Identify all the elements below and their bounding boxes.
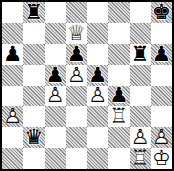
piece-white-pawn-g2: ♟♙ <box>130 127 151 148</box>
square-e2 <box>87 127 108 148</box>
square-h6: ♟♙ <box>151 44 172 65</box>
square-e7 <box>87 23 108 44</box>
piece-white-king-h1: ♚♔ <box>151 148 172 169</box>
piece-black-pawn-e5: ♟♙ <box>87 65 108 86</box>
square-h3 <box>151 106 172 127</box>
square-f5 <box>108 65 129 86</box>
square-c1 <box>45 148 66 169</box>
square-f4: ♟♙ <box>108 86 129 107</box>
square-a1 <box>2 148 23 169</box>
piece-black-pawn-a6: ♟♙ <box>2 44 23 65</box>
square-h8: ♚♔ <box>151 2 172 23</box>
square-b5 <box>23 65 44 86</box>
piece-white-pawn-a3: ♟♙ <box>2 106 23 127</box>
square-a8 <box>2 2 23 23</box>
chess-board: ♜♖♚♔♛♕♟♙♟♙♜♖♟♙♟♙♟♙♟♙♟♙♟♙♟♙♟♙♜♖♛♕♟♙♟♙♜♖♚♔ <box>0 0 174 171</box>
piece-black-pawn-d6: ♟♙ <box>66 44 87 65</box>
square-f2 <box>108 127 129 148</box>
piece-black-rook-g6: ♜♖ <box>130 44 151 65</box>
piece-white-pawn-c4: ♟♙ <box>45 86 66 107</box>
square-c4: ♟♙ <box>45 86 66 107</box>
piece-white-pawn-h2: ♟♙ <box>151 127 172 148</box>
square-a7 <box>2 23 23 44</box>
piece-black-pawn-h6: ♟♙ <box>151 44 172 65</box>
square-a3: ♟♙ <box>2 106 23 127</box>
piece-black-rook-b8: ♜♖ <box>23 2 44 23</box>
square-g1: ♜♖ <box>130 148 151 169</box>
square-g8 <box>130 2 151 23</box>
square-b2: ♛♕ <box>23 127 44 148</box>
square-e4: ♟♙ <box>87 86 108 107</box>
square-b3 <box>23 106 44 127</box>
square-c7 <box>45 23 66 44</box>
piece-black-pawn-f4: ♟♙ <box>108 86 129 107</box>
square-f1 <box>108 148 129 169</box>
square-c8 <box>45 2 66 23</box>
square-g7 <box>130 23 151 44</box>
square-f8 <box>108 2 129 23</box>
piece-white-pawn-d5: ♟♙ <box>66 65 87 86</box>
square-g4 <box>130 86 151 107</box>
square-a5 <box>2 65 23 86</box>
square-e3 <box>87 106 108 127</box>
piece-black-king-h8: ♚♔ <box>151 2 172 23</box>
square-a6: ♟♙ <box>2 44 23 65</box>
piece-black-queen-b2: ♛♕ <box>23 127 44 148</box>
square-e1 <box>87 148 108 169</box>
square-c5: ♟♙ <box>45 65 66 86</box>
square-d1 <box>66 148 87 169</box>
square-g6: ♜♖ <box>130 44 151 65</box>
square-g3 <box>130 106 151 127</box>
square-c2 <box>45 127 66 148</box>
square-h7 <box>151 23 172 44</box>
square-d8 <box>66 2 87 23</box>
square-f3: ♜♖ <box>108 106 129 127</box>
square-d2 <box>66 127 87 148</box>
square-e6 <box>87 44 108 65</box>
piece-white-rook-g1: ♜♖ <box>130 148 151 169</box>
square-e8 <box>87 2 108 23</box>
square-b1 <box>23 148 44 169</box>
square-b4 <box>23 86 44 107</box>
square-b6 <box>23 44 44 65</box>
square-h5 <box>151 65 172 86</box>
square-h4 <box>151 86 172 107</box>
square-c3 <box>45 106 66 127</box>
square-f6 <box>108 44 129 65</box>
square-d7: ♛♕ <box>66 23 87 44</box>
square-a2 <box>2 127 23 148</box>
piece-black-pawn-c5: ♟♙ <box>45 65 66 86</box>
piece-white-queen-d7: ♛♕ <box>66 23 87 44</box>
square-d4 <box>66 86 87 107</box>
square-g2: ♟♙ <box>130 127 151 148</box>
square-b7 <box>23 23 44 44</box>
square-d3 <box>66 106 87 127</box>
square-a4 <box>2 86 23 107</box>
square-e5: ♟♙ <box>87 65 108 86</box>
square-b8: ♜♖ <box>23 2 44 23</box>
piece-white-rook-f3: ♜♖ <box>108 106 129 127</box>
square-h2: ♟♙ <box>151 127 172 148</box>
square-g5 <box>130 65 151 86</box>
square-f7 <box>108 23 129 44</box>
piece-white-pawn-e4: ♟♙ <box>87 86 108 107</box>
square-d5: ♟♙ <box>66 65 87 86</box>
square-c6 <box>45 44 66 65</box>
square-h1: ♚♔ <box>151 148 172 169</box>
square-d6: ♟♙ <box>66 44 87 65</box>
